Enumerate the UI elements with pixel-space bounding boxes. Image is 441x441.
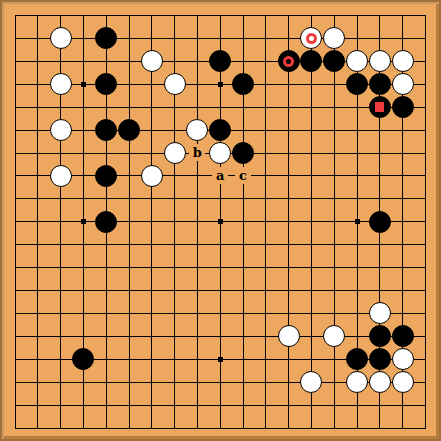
board-point (368, 325, 391, 348)
circle-marker (306, 33, 317, 44)
board-point (346, 371, 369, 394)
board-point (186, 118, 209, 141)
board-point (300, 371, 323, 394)
board-point (368, 96, 391, 119)
board-point (209, 50, 232, 73)
black-stone (369, 325, 391, 347)
go-board: bac (0, 0, 441, 441)
board-point (49, 73, 72, 96)
white-stone (50, 27, 72, 49)
white-stone-marked (300, 27, 322, 49)
board-point (368, 210, 391, 233)
board-point (323, 27, 346, 50)
board-point (277, 325, 300, 348)
black-stone (392, 325, 414, 347)
black-stone (346, 73, 368, 95)
board-point (72, 348, 95, 371)
board-point (391, 50, 414, 73)
board-point (95, 210, 118, 233)
white-stone (278, 325, 300, 347)
white-stone (392, 50, 414, 72)
board-point (346, 73, 369, 96)
black-stone (369, 211, 391, 233)
white-stone (186, 119, 208, 141)
circle-marker (283, 56, 294, 67)
black-stone-marked (369, 96, 391, 118)
black-stone (392, 96, 414, 118)
board-point (163, 73, 186, 96)
white-stone (323, 27, 345, 49)
white-stone (164, 142, 186, 164)
black-stone (369, 73, 391, 95)
board-point (49, 27, 72, 50)
white-stone (392, 73, 414, 95)
board-point (368, 73, 391, 96)
point-label: a (212, 167, 228, 184)
board-point (391, 325, 414, 348)
point-label: c (235, 167, 251, 184)
black-stone (209, 119, 231, 141)
board-point (232, 141, 255, 164)
black-stone-marked (278, 50, 300, 72)
square-marker (375, 102, 385, 112)
board-grid: bac (4, 4, 437, 440)
board-point (391, 96, 414, 119)
white-stone (392, 371, 414, 393)
board-point (95, 27, 118, 50)
board-point (95, 118, 118, 141)
black-stone (95, 211, 117, 233)
board-point: b (186, 141, 209, 164)
board-point (140, 164, 163, 187)
board-point (95, 73, 118, 96)
black-stone (369, 348, 391, 370)
white-stone (164, 73, 186, 95)
board-point (391, 348, 414, 371)
board-point (346, 348, 369, 371)
board-point: c (232, 164, 255, 187)
board-point (346, 50, 369, 73)
black-stone (323, 50, 345, 72)
black-stone (95, 27, 117, 49)
white-stone (346, 50, 368, 72)
board-point (163, 141, 186, 164)
board-point (300, 50, 323, 73)
point-label: b (189, 144, 205, 161)
board-point (209, 118, 232, 141)
board-point (391, 371, 414, 394)
white-stone (369, 371, 391, 393)
white-stone (300, 371, 322, 393)
board-point (118, 118, 141, 141)
white-stone (323, 325, 345, 347)
black-stone (232, 142, 254, 164)
board-point (140, 50, 163, 73)
white-stone (392, 348, 414, 370)
black-stone (300, 50, 322, 72)
black-stone (209, 50, 231, 72)
board-point: a (209, 164, 232, 187)
black-stone (232, 73, 254, 95)
black-stone (95, 119, 117, 141)
board-point (49, 118, 72, 141)
board-point (368, 371, 391, 394)
board-point (95, 164, 118, 187)
white-stone (346, 371, 368, 393)
board-point (49, 164, 72, 187)
board-point (368, 348, 391, 371)
board-point (300, 27, 323, 50)
board-point (232, 73, 255, 96)
board-point (368, 50, 391, 73)
white-stone (50, 119, 72, 141)
board-point (209, 141, 232, 164)
white-stone (209, 142, 231, 164)
board-point (391, 73, 414, 96)
board-point (277, 50, 300, 73)
white-stone (141, 165, 163, 187)
black-stone (95, 73, 117, 95)
white-stone (50, 73, 72, 95)
black-stone (95, 165, 117, 187)
white-stone (369, 302, 391, 324)
board-point (368, 302, 391, 325)
white-stone (50, 165, 72, 187)
board-point (323, 325, 346, 348)
black-stone (346, 348, 368, 370)
black-stone (72, 348, 94, 370)
white-stone (141, 50, 163, 72)
white-stone (369, 50, 391, 72)
board-point (323, 50, 346, 73)
black-stone (118, 119, 140, 141)
